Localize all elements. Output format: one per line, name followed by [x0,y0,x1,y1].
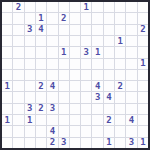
cell-r2c4: 1 [36,13,46,23]
cell-r3c5[interactable] [47,25,57,35]
cell-r5c8: 3 [81,47,91,57]
cell-r1c4[interactable] [36,2,46,12]
cell-r11c11[interactable] [115,115,125,125]
cell-r7c12[interactable] [126,70,136,80]
cell-r3c4: 4 [36,25,46,35]
cell-r11c8[interactable] [81,115,91,125]
cell-r7c6[interactable] [59,70,69,80]
cell-r11c10: 2 [104,115,114,125]
cell-r4c6[interactable] [59,36,69,46]
cell-r10c8[interactable] [81,104,91,114]
cell-r5c1[interactable] [2,47,12,57]
cell-r12c12[interactable] [126,126,136,136]
cell-r9c13[interactable] [138,92,148,102]
cell-r6c5[interactable] [47,59,57,69]
cell-r12c10[interactable] [104,126,114,136]
cell-r10c4: 2 [36,104,46,114]
cell-r6c8[interactable] [81,59,91,69]
cell-r10c12[interactable] [126,104,136,114]
cell-r2c9[interactable] [92,13,102,23]
cell-r13c13: 1 [138,138,148,148]
cell-r9c4[interactable] [36,92,46,102]
cell-r11c4[interactable] [36,115,46,125]
cell-r8c10[interactable] [104,81,114,91]
cell-r8c8[interactable] [81,81,91,91]
cell-r4c13[interactable] [138,36,148,46]
cell-r6c1[interactable] [2,59,12,69]
cell-r2c6: 2 [59,13,69,23]
cell-r10c7[interactable] [70,104,80,114]
cell-r2c1[interactable] [2,13,12,23]
cell-r10c11[interactable] [115,104,125,114]
cell-r1c8: 1 [81,2,91,12]
cell-r9c11[interactable] [115,92,125,102]
puzzle-grid: 21123421131112442343231124423131 [0,0,150,150]
cell-r9c10: 4 [104,92,114,102]
cell-r8c13[interactable] [138,81,148,91]
cell-r7c7[interactable] [70,70,80,80]
cell-r4c5[interactable] [47,36,57,46]
cell-r7c10[interactable] [104,70,114,80]
cell-r2c3[interactable] [25,13,35,23]
cell-r12c5: 4 [47,126,57,136]
cell-r7c1[interactable] [2,70,12,80]
cell-r12c7[interactable] [70,126,80,136]
cell-r8c7[interactable] [70,81,80,91]
cell-r4c12[interactable] [126,36,136,46]
cell-r12c11[interactable] [115,126,125,136]
cell-r7c5[interactable] [47,70,57,80]
cell-r9c12[interactable] [126,92,136,102]
cell-r9c1[interactable] [2,92,12,102]
cell-r9c5[interactable] [47,92,57,102]
cell-r8c3[interactable] [25,81,35,91]
cell-r10c3: 3 [25,104,35,114]
cell-r9c7[interactable] [70,92,80,102]
cell-r1c1[interactable] [2,2,12,12]
cell-r8c11: 2 [115,81,125,91]
cell-r7c8[interactable] [81,70,91,80]
puzzle-page: 21123421131112442343231124423131 [0,0,150,150]
cell-r6c3[interactable] [25,59,35,69]
cell-r2c12[interactable] [126,13,136,23]
cell-r11c9[interactable] [92,115,102,125]
cell-r9c9: 3 [92,92,102,102]
cell-r5c10[interactable] [104,47,114,57]
cell-r6c11[interactable] [115,59,125,69]
cell-r6c12[interactable] [126,59,136,69]
cell-r13c3[interactable] [25,138,35,148]
cell-r11c3: 1 [25,115,35,125]
cell-r5c9: 1 [92,47,102,57]
cell-r4c3[interactable] [25,36,35,46]
cell-r3c8[interactable] [81,25,91,35]
cell-r8c5: 4 [47,81,57,91]
cell-r4c7[interactable] [70,36,80,46]
cell-r1c10[interactable] [104,2,114,12]
cell-r3c3: 3 [25,25,35,35]
cell-r4c8[interactable] [81,36,91,46]
cell-r2c5[interactable] [47,13,57,23]
cell-r5c2[interactable] [13,47,23,57]
cell-r13c9[interactable] [92,138,102,148]
cell-r8c1: 1 [2,81,12,91]
cell-r5c5[interactable] [47,47,57,57]
cell-r3c6[interactable] [59,25,69,35]
cell-r10c6[interactable] [59,104,69,114]
cell-r12c6[interactable] [59,126,69,136]
cell-r10c10[interactable] [104,104,114,114]
cell-r12c9[interactable] [92,126,102,136]
cell-r10c1[interactable] [2,104,12,114]
cell-r8c6[interactable] [59,81,69,91]
cell-r3c9[interactable] [92,25,102,35]
cell-r8c12[interactable] [126,81,136,91]
cell-r5c12[interactable] [126,47,136,57]
cell-r13c8[interactable] [81,138,91,148]
cell-r5c3[interactable] [25,47,35,57]
cell-r1c9[interactable] [92,2,102,12]
cell-r13c11[interactable] [115,138,125,148]
cell-r2c13[interactable] [138,13,148,23]
cell-r10c2[interactable] [13,104,23,114]
cell-r3c11[interactable] [115,25,125,35]
cell-r13c1[interactable] [2,138,12,148]
cell-r6c13: 1 [138,59,148,69]
cell-r1c11[interactable] [115,2,125,12]
cell-r9c8[interactable] [81,92,91,102]
cell-r11c13[interactable] [138,115,148,125]
cell-r10c5: 3 [47,104,57,114]
cell-r12c8[interactable] [81,126,91,136]
cell-r12c13[interactable] [138,126,148,136]
cell-r6c9[interactable] [92,59,102,69]
cell-r8c4: 2 [36,81,46,91]
cell-r3c10[interactable] [104,25,114,35]
cell-r3c1[interactable] [2,25,12,35]
cell-r13c7[interactable] [70,138,80,148]
cell-r9c3[interactable] [25,92,35,102]
cell-r7c4[interactable] [36,70,46,80]
cell-r6c4[interactable] [36,59,46,69]
cell-r5c7[interactable] [70,47,80,57]
cell-r5c4[interactable] [36,47,46,57]
cell-r2c11[interactable] [115,13,125,23]
cell-r9c2[interactable] [13,92,23,102]
cell-r4c10[interactable] [104,36,114,46]
cell-r3c7[interactable] [70,25,80,35]
cell-r11c6[interactable] [59,115,69,125]
cell-r4c11: 1 [115,36,125,46]
cell-r4c9[interactable] [92,36,102,46]
cell-r11c5[interactable] [47,115,57,125]
cell-r4c4[interactable] [36,36,46,46]
cell-r4c2[interactable] [13,36,23,46]
cell-r6c10[interactable] [104,59,114,69]
cell-r5c11[interactable] [115,47,125,57]
cell-r13c6: 3 [59,138,69,148]
cell-r2c7[interactable] [70,13,80,23]
cell-r12c3[interactable] [25,126,35,136]
cell-r7c2[interactable] [13,70,23,80]
cell-r4c1[interactable] [2,36,12,46]
cell-r2c8[interactable] [81,13,91,23]
cell-r6c2[interactable] [13,59,23,69]
cell-r13c4[interactable] [36,138,46,148]
cell-r12c4[interactable] [36,126,46,136]
cell-r6c7[interactable] [70,59,80,69]
cell-r11c7[interactable] [70,115,80,125]
cell-r3c12[interactable] [126,25,136,35]
cell-r13c2[interactable] [13,138,23,148]
cell-r11c2[interactable] [13,115,23,125]
cell-r7c11[interactable] [115,70,125,80]
cell-r10c13[interactable] [138,104,148,114]
cell-r8c2[interactable] [13,81,23,91]
cell-r12c1[interactable] [2,126,12,136]
cell-r13c5: 2 [47,138,57,148]
cell-r5c6: 1 [59,47,69,57]
cell-r1c13[interactable] [138,2,148,12]
cell-r1c2: 2 [13,2,23,12]
cell-r3c2[interactable] [13,25,23,35]
cell-r7c13[interactable] [138,70,148,80]
cell-r11c1: 1 [2,115,12,125]
cell-r13c10: 1 [104,138,114,148]
cell-r2c2[interactable] [13,13,23,23]
cell-r5c13[interactable] [138,47,148,57]
cell-r2c10[interactable] [104,13,114,23]
cell-r12c2[interactable] [13,126,23,136]
cell-r1c7[interactable] [70,2,80,12]
cell-r13c12: 3 [126,138,136,148]
cell-r7c3[interactable] [25,70,35,80]
cell-r9c6[interactable] [59,92,69,102]
cell-r10c9[interactable] [92,104,102,114]
cell-r7c9[interactable] [92,70,102,80]
cell-r3c13: 2 [138,25,148,35]
cell-r1c5[interactable] [47,2,57,12]
cell-r6c6[interactable] [59,59,69,69]
cell-r1c6[interactable] [59,2,69,12]
cell-r8c9: 4 [92,81,102,91]
cell-r1c3[interactable] [25,2,35,12]
cell-r11c12: 4 [126,115,136,125]
cell-r1c12[interactable] [126,2,136,12]
